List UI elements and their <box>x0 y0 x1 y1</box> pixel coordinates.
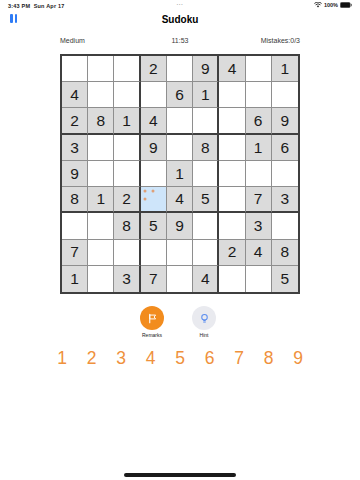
cell-r6c6[interactable]: 5 <box>193 187 219 213</box>
cell-r8c1[interactable]: 7 <box>62 240 88 266</box>
cell-r5c4[interactable] <box>141 161 167 187</box>
cell-r9c9[interactable]: 5 <box>272 266 298 292</box>
cell-r9c8[interactable] <box>246 266 272 292</box>
wifi-icon <box>314 2 322 8</box>
cell-r2c9[interactable] <box>272 82 298 108</box>
cell-r8c4[interactable] <box>141 240 167 266</box>
cell-r4c2[interactable] <box>88 135 114 161</box>
cell-r6c2[interactable]: 1 <box>88 187 114 213</box>
cell-r2c5[interactable]: 6 <box>167 82 193 108</box>
cell-r4c6[interactable]: 8 <box>193 135 219 161</box>
numpad-4[interactable]: 4 <box>139 348 163 368</box>
cell-r4c1[interactable]: 3 <box>62 135 88 161</box>
remarks-label: Remarks <box>137 332 167 338</box>
hint-label: Hint <box>192 332 216 338</box>
numpad-1[interactable]: 1 <box>50 348 74 368</box>
cell-r1c2[interactable] <box>88 56 114 82</box>
hint-button-circle <box>192 306 216 330</box>
cell-r4c5[interactable] <box>167 135 193 161</box>
cell-r9c6[interactable]: 4 <box>193 266 219 292</box>
cell-r1c1[interactable] <box>62 56 88 82</box>
numpad-6[interactable]: 6 <box>198 348 222 368</box>
cell-r8c7[interactable]: 2 <box>219 240 245 266</box>
cell-r3c4[interactable]: 4 <box>141 108 167 134</box>
cell-r6c5[interactable]: 4 <box>167 187 193 213</box>
cell-r9c3[interactable]: 3 <box>114 266 140 292</box>
cell-r5c3[interactable] <box>114 161 140 187</box>
cell-r2c8[interactable] <box>246 82 272 108</box>
flag-icon <box>147 313 158 324</box>
cell-r7c9[interactable] <box>272 213 298 239</box>
cell-r8c8[interactable]: 4 <box>246 240 272 266</box>
hint-button[interactable]: Hint <box>192 306 216 338</box>
cell-r1c9[interactable]: 1 <box>272 56 298 82</box>
note-mark-2 <box>152 190 155 193</box>
cell-r6c4[interactable] <box>141 187 167 213</box>
battery-percent: 100% <box>324 2 338 8</box>
numpad-3[interactable]: 3 <box>109 348 133 368</box>
numpad-9[interactable]: 9 <box>286 348 310 368</box>
cell-r3c9[interactable]: 9 <box>272 108 298 134</box>
numpad-5[interactable]: 5 <box>168 348 192 368</box>
cell-r1c6[interactable]: 9 <box>193 56 219 82</box>
cell-r1c7[interactable]: 4 <box>219 56 245 82</box>
cell-r7c8[interactable]: 3 <box>246 213 272 239</box>
lightbulb-icon <box>199 313 210 324</box>
cell-r4c3[interactable] <box>114 135 140 161</box>
cell-r1c8[interactable] <box>246 56 272 82</box>
cell-r3c8[interactable]: 6 <box>246 108 272 134</box>
controls-row: Remarks Hint <box>0 306 360 340</box>
remarks-button[interactable]: Remarks <box>140 306 164 338</box>
cell-r5c9[interactable] <box>272 161 298 187</box>
cell-r7c6[interactable] <box>193 213 219 239</box>
cell-r5c5[interactable]: 1 <box>167 161 193 187</box>
cell-r3c7[interactable] <box>219 108 245 134</box>
battery-icon <box>340 2 352 8</box>
cell-r8c5[interactable] <box>167 240 193 266</box>
cell-r9c1[interactable]: 1 <box>62 266 88 292</box>
cell-r9c5[interactable] <box>167 266 193 292</box>
cell-r1c5[interactable] <box>167 56 193 82</box>
cell-r4c8[interactable]: 1 <box>246 135 272 161</box>
cell-r5c1[interactable]: 9 <box>62 161 88 187</box>
cell-r9c2[interactable] <box>88 266 114 292</box>
cell-r2c1[interactable]: 4 <box>62 82 88 108</box>
cell-r2c4[interactable] <box>141 82 167 108</box>
cell-r6c3[interactable]: 2 <box>114 187 140 213</box>
cell-r2c3[interactable] <box>114 82 140 108</box>
cell-r7c7[interactable] <box>219 213 245 239</box>
cell-r1c4[interactable]: 2 <box>141 56 167 82</box>
cell-r5c2[interactable] <box>88 161 114 187</box>
multitask-indicator-icon[interactable]: ⋯ <box>0 1 360 9</box>
numpad-7[interactable]: 7 <box>227 348 251 368</box>
cell-r5c8[interactable] <box>246 161 272 187</box>
cell-r7c3[interactable]: 8 <box>114 213 140 239</box>
cell-r8c9[interactable]: 8 <box>272 240 298 266</box>
mistakes-label: Mistakes:0/3 <box>261 37 300 44</box>
cell-r4c4[interactable]: 9 <box>141 135 167 161</box>
cell-r1c3[interactable] <box>114 56 140 82</box>
cell-r3c3[interactable]: 1 <box>114 108 140 134</box>
info-bar: Medium 11:53 Mistakes:0/3 <box>60 37 300 47</box>
sudoku-board: 2941461281469398169181245738593724813745 <box>60 54 300 294</box>
sudoku-app-screen: 3:43 PM Sun Apr 17 ⋯ 100% Sudoku Medium … <box>0 0 360 480</box>
home-indicator[interactable] <box>124 473 236 477</box>
status-bar: 3:43 PM Sun Apr 17 ⋯ 100% <box>0 0 360 12</box>
cell-r5c6[interactable] <box>193 161 219 187</box>
numpad-8[interactable]: 8 <box>257 348 281 368</box>
cell-r7c4[interactable]: 5 <box>141 213 167 239</box>
cell-r4c9[interactable]: 6 <box>272 135 298 161</box>
numpad-2[interactable]: 2 <box>80 348 104 368</box>
cell-r3c6[interactable] <box>193 108 219 134</box>
cell-r3c5[interactable] <box>167 108 193 134</box>
remarks-button-circle <box>140 306 164 330</box>
cell-r3c2[interactable]: 8 <box>88 108 114 134</box>
cell-r6c7[interactable] <box>219 187 245 213</box>
cell-r9c7[interactable] <box>219 266 245 292</box>
cell-r2c2[interactable] <box>88 82 114 108</box>
cell-r5c7[interactable] <box>219 161 245 187</box>
cell-r4c7[interactable] <box>219 135 245 161</box>
cell-r7c5[interactable]: 9 <box>167 213 193 239</box>
cell-r7c2[interactable] <box>88 213 114 239</box>
note-mark-1 <box>143 190 146 193</box>
number-pad: 123456789 <box>50 348 310 368</box>
cell-r8c2[interactable] <box>88 240 114 266</box>
note-mark-4 <box>143 198 146 201</box>
page-title: Sudoku <box>0 14 360 25</box>
cell-r2c7[interactable] <box>219 82 245 108</box>
cell-r7c1[interactable] <box>62 213 88 239</box>
cell-r8c6[interactable] <box>193 240 219 266</box>
cell-r9c4[interactable]: 7 <box>141 266 167 292</box>
cell-r3c1[interactable]: 2 <box>62 108 88 134</box>
cell-r8c3[interactable] <box>114 240 140 266</box>
cell-r6c8[interactable]: 7 <box>246 187 272 213</box>
cell-r6c9[interactable]: 3 <box>272 187 298 213</box>
cell-r6c1[interactable]: 8 <box>62 187 88 213</box>
cell-r2c6[interactable]: 1 <box>193 82 219 108</box>
